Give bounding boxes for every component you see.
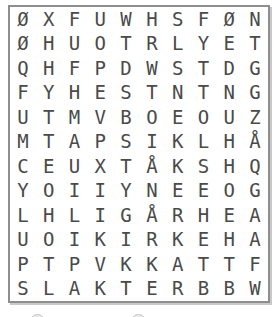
grid-cell[interactable]: R	[165, 277, 191, 302]
grid-cell[interactable]: N	[139, 179, 165, 204]
grid-cell[interactable]: N	[216, 81, 242, 106]
grid-cell[interactable]: G	[113, 203, 139, 228]
grid-cell[interactable]: Å	[139, 154, 165, 179]
grid-cell[interactable]: H	[36, 32, 62, 57]
grid-cell[interactable]: L	[165, 32, 191, 57]
grid-cell[interactable]: Z	[242, 105, 268, 130]
grid-cell[interactable]: G	[242, 179, 268, 204]
grid-cell[interactable]: H	[36, 56, 62, 81]
grid-cell[interactable]: K	[165, 228, 191, 253]
grid-cell[interactable]: Ø	[10, 32, 36, 57]
grid-cell[interactable]: E	[191, 228, 217, 253]
grid-cell[interactable]: T	[242, 32, 268, 57]
grid-cell[interactable]: F	[191, 7, 217, 32]
grid-cell[interactable]: R	[139, 228, 165, 253]
grid-cell[interactable]: U	[10, 105, 36, 130]
grid-cell[interactable]: U	[87, 7, 113, 32]
grid-cell[interactable]: E	[36, 154, 62, 179]
grid-cell[interactable]: T	[113, 277, 139, 302]
grid-cell[interactable]: A	[165, 252, 191, 277]
grid-cell[interactable]: U	[62, 32, 88, 57]
word-search-page: ØXFUWHSFØNØHUOTRLYETQHFPDWSTDGFYHESTNTNG…	[0, 0, 279, 317]
grid-cell[interactable]: O	[36, 228, 62, 253]
grid-cell[interactable]: S	[113, 130, 139, 155]
grid-cell[interactable]: W	[113, 7, 139, 32]
grid-cell[interactable]: A	[242, 203, 268, 228]
grid-cell[interactable]: S	[165, 7, 191, 32]
grid-cell[interactable]: O	[216, 179, 242, 204]
grid-cell[interactable]: T	[191, 56, 217, 81]
grid-cell[interactable]: Q	[10, 56, 36, 81]
grid-cell[interactable]: R	[139, 32, 165, 57]
grid-cell[interactable]: K	[87, 277, 113, 302]
grid-cell[interactable]: T	[36, 130, 62, 155]
grid-cell[interactable]: M	[10, 130, 36, 155]
grid-cell[interactable]: T	[113, 154, 139, 179]
grid-cell[interactable]: B	[191, 277, 217, 302]
grid-cell[interactable]: Å	[242, 130, 268, 155]
grid-cell[interactable]: S	[10, 277, 36, 302]
grid-cell[interactable]: A	[242, 228, 268, 253]
grid-cell[interactable]: P	[87, 56, 113, 81]
grid-cell[interactable]: Y	[113, 179, 139, 204]
grid-cell[interactable]: U	[62, 154, 88, 179]
grid-cell[interactable]: O	[87, 32, 113, 57]
grid-cell[interactable]: E	[87, 81, 113, 106]
grid-cell[interactable]: I	[62, 179, 88, 204]
word-search-board: ØXFUWHSFØNØHUOTRLYETQHFPDWSTDGFYHESTNTNG…	[8, 5, 270, 303]
grid-cell[interactable]: H	[216, 154, 242, 179]
grid-cell[interactable]: E	[165, 105, 191, 130]
grid-cell[interactable]: D	[113, 56, 139, 81]
grid-cell[interactable]: Q	[242, 154, 268, 179]
grid-cell[interactable]: E	[216, 32, 242, 57]
grid-cell[interactable]: V	[87, 105, 113, 130]
grid-cell[interactable]: T	[191, 81, 217, 106]
grid-cell[interactable]: W	[242, 277, 268, 302]
grid-cell[interactable]: H	[216, 228, 242, 253]
grid-cell[interactable]: C	[10, 154, 36, 179]
word-search-grid: ØXFUWHSFØNØHUOTRLYETQHFPDWSTDGFYHESTNTNG…	[10, 7, 268, 301]
grid-cell[interactable]: L	[10, 203, 36, 228]
grid-cell[interactable]: N	[242, 7, 268, 32]
grid-cell[interactable]: A	[62, 277, 88, 302]
grid-cell[interactable]: M	[62, 105, 88, 130]
grid-cell[interactable]: K	[139, 252, 165, 277]
grid-cell[interactable]: P	[87, 130, 113, 155]
grid-cell[interactable]: G	[242, 81, 268, 106]
grid-cell[interactable]: I	[87, 179, 113, 204]
grid-cell[interactable]: L	[36, 277, 62, 302]
grid-cell[interactable]: V	[87, 252, 113, 277]
grid-cell[interactable]: Y	[36, 81, 62, 106]
grid-cell[interactable]: P	[62, 252, 88, 277]
grid-cell[interactable]: U	[10, 228, 36, 253]
grid-cell[interactable]: F	[10, 81, 36, 106]
grid-cell[interactable]: F	[242, 252, 268, 277]
grid-cell[interactable]: U	[216, 105, 242, 130]
grid-cell[interactable]: D	[216, 56, 242, 81]
grid-cell[interactable]: S	[191, 154, 217, 179]
grid-cell[interactable]: I	[87, 203, 113, 228]
grid-cell[interactable]: A	[62, 130, 88, 155]
grid-cell[interactable]: P	[10, 252, 36, 277]
grid-cell[interactable]: G	[242, 56, 268, 81]
grid-cell[interactable]: E	[139, 277, 165, 302]
grid-cell[interactable]: T	[139, 81, 165, 106]
grid-cell[interactable]: F	[62, 56, 88, 81]
grid-cell[interactable]: T	[113, 32, 139, 57]
grid-cell[interactable]: H	[139, 7, 165, 32]
grid-cell[interactable]: X	[36, 7, 62, 32]
grid-cell[interactable]: B	[216, 277, 242, 302]
grid-cell[interactable]: O	[139, 105, 165, 130]
grid-cell[interactable]: S	[165, 56, 191, 81]
grid-cell[interactable]: Å	[139, 203, 165, 228]
grid-cell[interactable]: Ø	[216, 7, 242, 32]
grid-cell[interactable]: K	[165, 130, 191, 155]
grid-cell[interactable]: I	[139, 130, 165, 155]
grid-cell[interactable]: L	[191, 130, 217, 155]
grid-cell[interactable]: E	[191, 179, 217, 204]
grid-cell[interactable]: K	[113, 252, 139, 277]
grid-cell[interactable]: R	[165, 203, 191, 228]
grid-cell[interactable]: K	[87, 228, 113, 253]
grid-cell[interactable]: E	[216, 203, 242, 228]
grid-cell[interactable]: W	[139, 56, 165, 81]
grid-cell[interactable]: H	[36, 203, 62, 228]
grid-cell[interactable]: O	[36, 179, 62, 204]
grid-cell[interactable]: E	[165, 179, 191, 204]
grid-cell[interactable]: S	[113, 81, 139, 106]
grid-cell[interactable]: Y	[191, 32, 217, 57]
grid-cell[interactable]: T	[36, 105, 62, 130]
grid-cell[interactable]: T	[36, 252, 62, 277]
grid-cell[interactable]: T	[216, 252, 242, 277]
grid-cell[interactable]: B	[113, 105, 139, 130]
grid-cell[interactable]: H	[191, 203, 217, 228]
grid-cell[interactable]: H	[216, 130, 242, 155]
grid-cell[interactable]: L	[62, 203, 88, 228]
grid-cell[interactable]: T	[191, 252, 217, 277]
grid-cell[interactable]: H	[62, 81, 88, 106]
grid-cell[interactable]: X	[87, 154, 113, 179]
grid-cell[interactable]: N	[165, 81, 191, 106]
grid-cell[interactable]: I	[113, 228, 139, 253]
grid-cell[interactable]: F	[62, 7, 88, 32]
grid-cell[interactable]: K	[165, 154, 191, 179]
grid-cell[interactable]: Y	[10, 179, 36, 204]
grid-cell[interactable]: Ø	[10, 7, 36, 32]
grid-cell[interactable]: O	[191, 105, 217, 130]
grid-cell[interactable]: I	[62, 228, 88, 253]
